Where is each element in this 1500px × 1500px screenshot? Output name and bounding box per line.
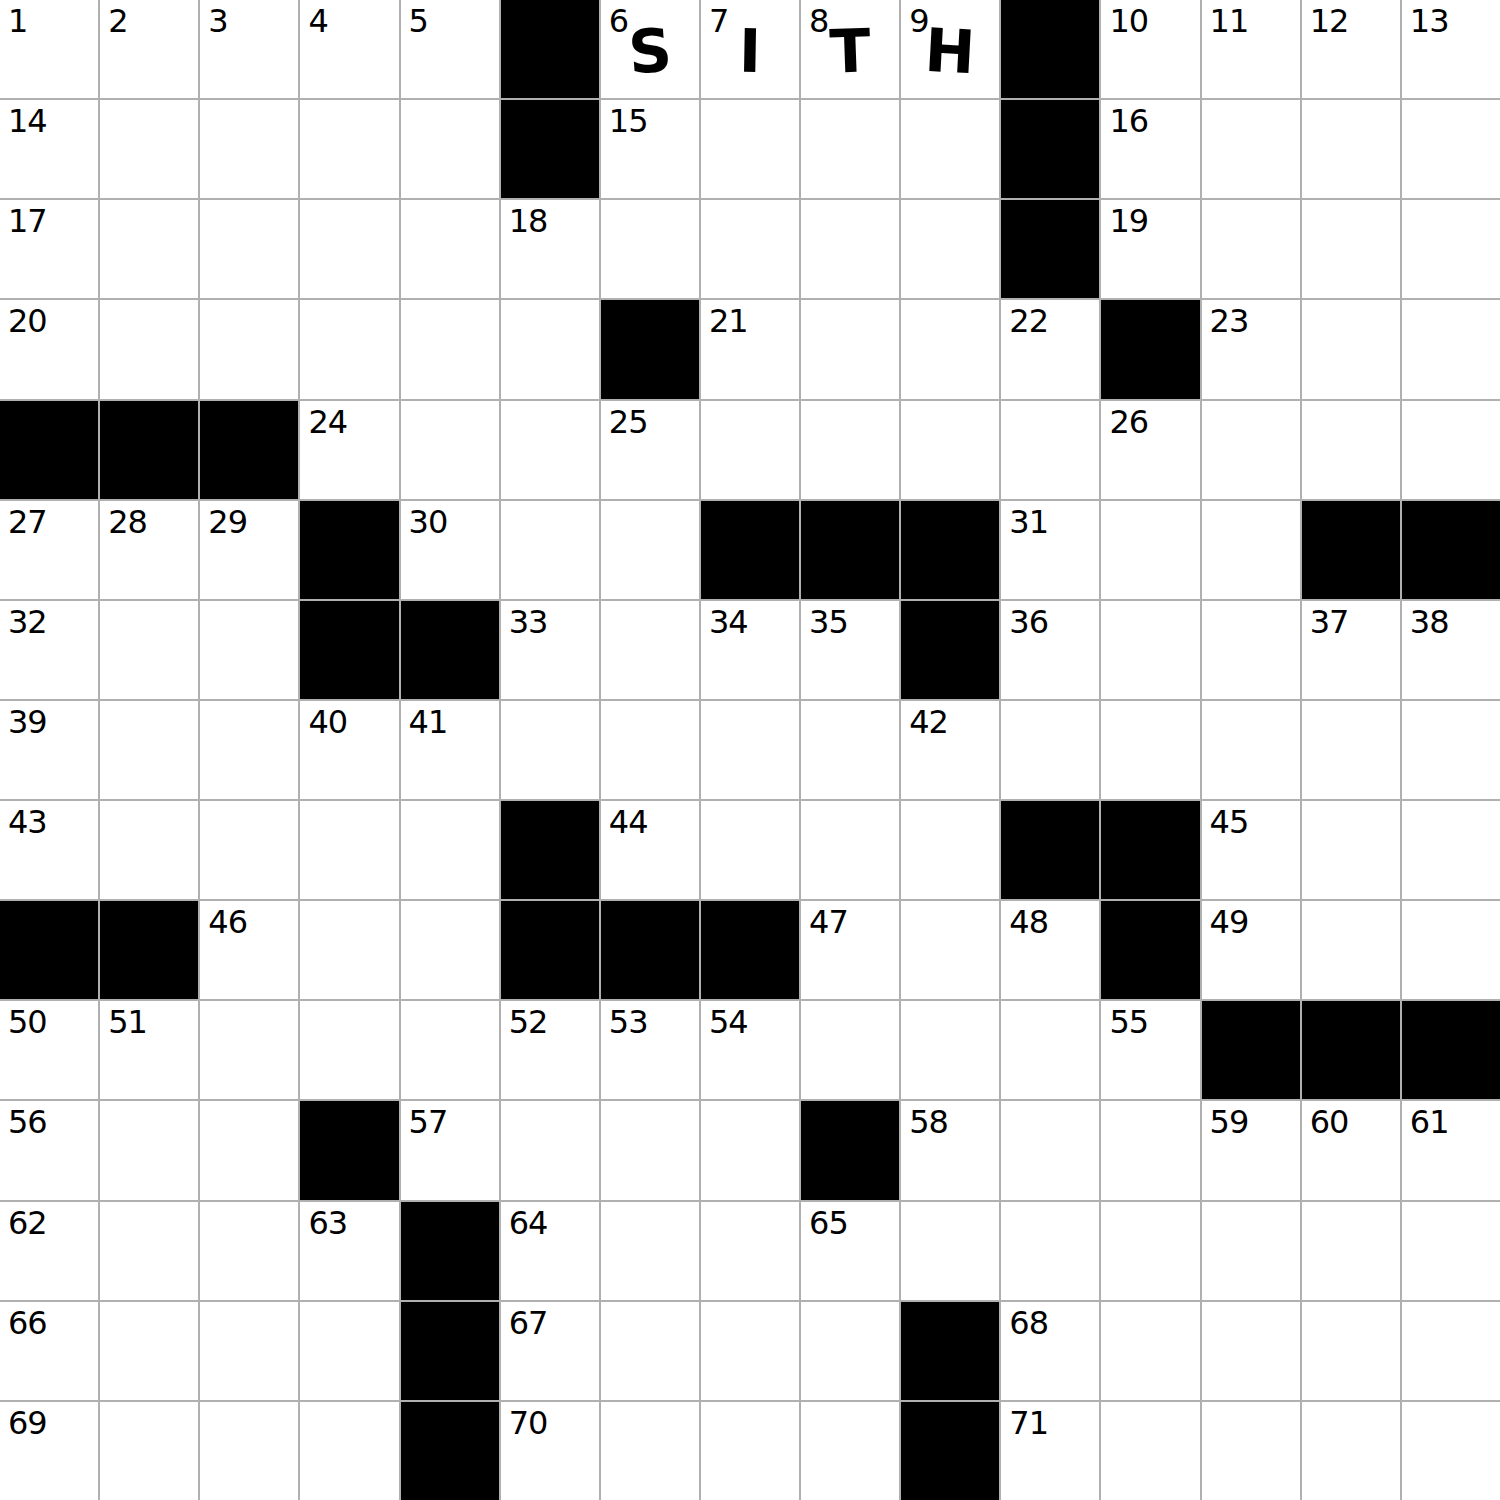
clue-number-13: 13 — [1410, 5, 1449, 37]
cell-r1c9[interactable]: 8T — [801, 0, 899, 98]
clue-number-71: 71 — [1009, 1407, 1048, 1439]
black-cell-r5c1 — [0, 401, 98, 499]
cell-r6c6[interactable] — [501, 501, 599, 599]
cell-r2c9[interactable] — [801, 100, 899, 198]
black-cell-r12c9 — [801, 1101, 899, 1199]
clue-number-51: 51 — [108, 1006, 147, 1038]
clue-number-61: 61 — [1410, 1106, 1449, 1138]
clue-number-16: 16 — [1109, 105, 1148, 137]
cell-r10c13[interactable]: 49 — [1202, 901, 1300, 999]
cell-r10c9[interactable]: 47 — [801, 901, 899, 999]
cell-r9c5[interactable] — [401, 801, 499, 899]
clue-number-57: 57 — [409, 1106, 448, 1138]
cell-r5c12[interactable]: 26 — [1101, 401, 1199, 499]
cell-r13c8[interactable] — [701, 1202, 799, 1300]
black-cell-r10c8 — [701, 901, 799, 999]
black-cell-r6c15 — [1402, 501, 1500, 599]
cell-r8c3[interactable] — [200, 701, 298, 799]
cell-r14c12[interactable] — [1101, 1302, 1199, 1400]
cell-r5c6[interactable] — [501, 401, 599, 499]
cell-r12c1[interactable]: 56 — [0, 1101, 98, 1199]
black-cell-r2c6 — [501, 100, 599, 198]
cell-r12c3[interactable] — [200, 1101, 298, 1199]
cell-r14c1[interactable]: 66 — [0, 1302, 98, 1400]
cell-r1c1[interactable]: 1 — [0, 0, 98, 98]
clue-number-27: 27 — [8, 506, 47, 538]
cell-r13c4[interactable]: 63 — [300, 1202, 398, 1300]
clue-number-28: 28 — [108, 506, 147, 538]
cell-r8c5[interactable]: 41 — [401, 701, 499, 799]
cell-r2c1[interactable]: 14 — [0, 100, 98, 198]
cell-r5c9[interactable] — [801, 401, 899, 499]
cell-r3c7[interactable] — [601, 200, 699, 298]
clue-number-25: 25 — [609, 406, 648, 438]
cell-r9c9[interactable] — [801, 801, 899, 899]
cell-r13c11[interactable] — [1001, 1202, 1099, 1300]
cell-r14c7[interactable] — [601, 1302, 699, 1400]
cell-r9c1[interactable]: 43 — [0, 801, 98, 899]
cell-r5c4[interactable]: 24 — [300, 401, 398, 499]
cell-r14c14[interactable] — [1302, 1302, 1400, 1400]
cell-r13c1[interactable]: 62 — [0, 1202, 98, 1300]
cell-r9c10[interactable] — [901, 801, 999, 899]
clue-number-41: 41 — [409, 706, 448, 738]
cell-r12c7[interactable] — [601, 1101, 699, 1199]
clue-number-48: 48 — [1009, 906, 1048, 938]
clue-number-69: 69 — [8, 1407, 47, 1439]
black-cell-r13c5 — [401, 1202, 499, 1300]
clue-number-38: 38 — [1410, 606, 1449, 638]
cell-r11c11[interactable] — [1001, 1001, 1099, 1099]
cell-r6c7[interactable] — [601, 501, 699, 599]
cell-r10c11[interactable]: 48 — [1001, 901, 1099, 999]
cell-r11c4[interactable] — [300, 1001, 398, 1099]
cell-r2c7[interactable]: 15 — [601, 100, 699, 198]
cell-r15c3[interactable] — [200, 1402, 298, 1500]
clue-number-10: 10 — [1109, 5, 1148, 37]
clue-number-50: 50 — [8, 1006, 47, 1038]
cell-r1c4[interactable]: 4 — [300, 0, 398, 98]
cell-r15c9[interactable] — [801, 1402, 899, 1500]
cell-r12c14[interactable]: 60 — [1302, 1101, 1400, 1199]
cell-r7c7[interactable] — [601, 601, 699, 699]
cell-r8c8[interactable] — [701, 701, 799, 799]
clue-number-56: 56 — [8, 1106, 47, 1138]
cell-r3c9[interactable] — [801, 200, 899, 298]
clue-number-12: 12 — [1310, 5, 1349, 37]
cell-r10c5[interactable] — [401, 901, 499, 999]
cell-r12c2[interactable] — [100, 1101, 198, 1199]
cell-r3c4[interactable] — [300, 200, 398, 298]
cell-r10c10[interactable] — [901, 901, 999, 999]
cell-r4c4[interactable] — [300, 300, 398, 398]
cell-r6c5[interactable]: 30 — [401, 501, 499, 599]
cell-r1c15[interactable]: 13 — [1402, 0, 1500, 98]
clue-number-45: 45 — [1210, 806, 1249, 838]
cell-r11c6[interactable]: 52 — [501, 1001, 599, 1099]
cell-r12c15[interactable]: 61 — [1402, 1101, 1500, 1199]
clue-number-17: 17 — [8, 205, 47, 237]
clue-number-21: 21 — [709, 305, 748, 337]
cell-r13c7[interactable] — [601, 1202, 699, 1300]
cell-r13c6[interactable]: 64 — [501, 1202, 599, 1300]
black-cell-r6c10 — [901, 501, 999, 599]
clue-number-68: 68 — [1009, 1307, 1048, 1339]
entered-letter-T: T — [801, 0, 899, 98]
cell-r7c14[interactable]: 37 — [1302, 601, 1400, 699]
cell-r6c1[interactable]: 27 — [0, 501, 98, 599]
cell-r8c1[interactable]: 39 — [0, 701, 98, 799]
cell-r11c12[interactable]: 55 — [1101, 1001, 1199, 1099]
cell-r15c11[interactable]: 71 — [1001, 1402, 1099, 1500]
clue-number-39: 39 — [8, 706, 47, 738]
black-cell-r10c12 — [1101, 901, 1199, 999]
clue-number-14: 14 — [8, 105, 47, 137]
clue-number-19: 19 — [1109, 205, 1148, 237]
cell-r2c10[interactable] — [901, 100, 999, 198]
clue-number-66: 66 — [8, 1307, 47, 1339]
cell-r2c14[interactable] — [1302, 100, 1400, 198]
cell-r12c11[interactable] — [1001, 1101, 1099, 1199]
black-cell-r6c14 — [1302, 501, 1400, 599]
cell-r5c11[interactable] — [1001, 401, 1099, 499]
cell-r9c14[interactable] — [1302, 801, 1400, 899]
clue-number-2: 2 — [108, 5, 127, 37]
crossword-board: 123456S7I8T9H101112131415161718192021222… — [0, 0, 1500, 1500]
cell-r15c8[interactable] — [701, 1402, 799, 1500]
cell-r12c10[interactable]: 58 — [901, 1101, 999, 1199]
black-cell-r7c5 — [401, 601, 499, 699]
cell-r13c14[interactable] — [1302, 1202, 1400, 1300]
cell-r11c5[interactable] — [401, 1001, 499, 1099]
cell-r1c12[interactable]: 10 — [1101, 0, 1199, 98]
entered-letter-H: H — [901, 0, 999, 98]
cell-r6c13[interactable] — [1202, 501, 1300, 599]
clue-number-47: 47 — [809, 906, 848, 938]
clue-number-30: 30 — [409, 506, 448, 538]
cell-r9c2[interactable] — [100, 801, 198, 899]
clue-number-67: 67 — [509, 1307, 548, 1339]
cell-r3c1[interactable]: 17 — [0, 200, 98, 298]
cell-r7c8[interactable]: 34 — [701, 601, 799, 699]
cell-r3c10[interactable] — [901, 200, 999, 298]
cell-r8c2[interactable] — [100, 701, 198, 799]
cell-r1c14[interactable]: 12 — [1302, 0, 1400, 98]
cell-r15c2[interactable] — [100, 1402, 198, 1500]
black-cell-r2c11 — [1001, 100, 1099, 198]
black-cell-r14c10 — [901, 1302, 999, 1400]
clue-number-5: 5 — [409, 5, 428, 37]
cell-r6c11[interactable]: 31 — [1001, 501, 1099, 599]
cell-r8c6[interactable] — [501, 701, 599, 799]
cell-r1c10[interactable]: 9H — [901, 0, 999, 98]
cell-r11c1[interactable]: 50 — [0, 1001, 98, 1099]
black-cell-r7c10 — [901, 601, 999, 699]
cell-r2c13[interactable] — [1202, 100, 1300, 198]
clue-number-3: 3 — [208, 5, 227, 37]
cell-r12c5[interactable]: 57 — [401, 1101, 499, 1199]
clue-number-43: 43 — [8, 806, 47, 838]
cell-r5c13[interactable] — [1202, 401, 1300, 499]
clue-number-46: 46 — [208, 906, 247, 938]
cell-r7c13[interactable] — [1202, 601, 1300, 699]
black-cell-r4c7 — [601, 300, 699, 398]
cell-r1c3[interactable]: 3 — [200, 0, 298, 98]
cell-r9c4[interactable] — [300, 801, 398, 899]
black-cell-r4c12 — [1101, 300, 1199, 398]
cell-r12c13[interactable]: 59 — [1202, 1101, 1300, 1199]
cell-r9c13[interactable]: 45 — [1202, 801, 1300, 899]
cell-r15c4[interactable] — [300, 1402, 398, 1500]
clue-number-49: 49 — [1210, 906, 1249, 938]
cell-r7c2[interactable] — [100, 601, 198, 699]
cell-r11c3[interactable] — [200, 1001, 298, 1099]
cell-r3c2[interactable] — [100, 200, 198, 298]
clue-number-55: 55 — [1109, 1006, 1148, 1038]
clue-number-62: 62 — [8, 1207, 47, 1239]
cell-r4c3[interactable] — [200, 300, 298, 398]
cell-r9c8[interactable] — [701, 801, 799, 899]
entered-letter-I: I — [701, 0, 799, 98]
cell-r5c7[interactable]: 25 — [601, 401, 699, 499]
cell-r3c8[interactable] — [701, 200, 799, 298]
black-cell-r14c5 — [401, 1302, 499, 1400]
cell-r13c10[interactable] — [901, 1202, 999, 1300]
black-cell-r10c2 — [100, 901, 198, 999]
clue-number-40: 40 — [308, 706, 347, 738]
black-cell-r15c10 — [901, 1402, 999, 1500]
cell-r14c13[interactable] — [1202, 1302, 1300, 1400]
cell-r1c13[interactable]: 11 — [1202, 0, 1300, 98]
clue-number-23: 23 — [1210, 305, 1249, 337]
cell-r4c13[interactable]: 23 — [1202, 300, 1300, 398]
cell-r11c10[interactable] — [901, 1001, 999, 1099]
clue-number-35: 35 — [809, 606, 848, 638]
cell-r5c15[interactable] — [1402, 401, 1500, 499]
cell-r5c10[interactable] — [901, 401, 999, 499]
clue-number-60: 60 — [1310, 1106, 1349, 1138]
clue-number-58: 58 — [909, 1106, 948, 1138]
cell-r15c6[interactable]: 70 — [501, 1402, 599, 1500]
black-cell-r3c11 — [1001, 200, 1099, 298]
cell-r7c11[interactable]: 36 — [1001, 601, 1099, 699]
cell-r13c15[interactable] — [1402, 1202, 1500, 1300]
black-cell-r12c4 — [300, 1101, 398, 1199]
cell-r5c14[interactable] — [1302, 401, 1400, 499]
clue-number-29: 29 — [208, 506, 247, 538]
cell-r7c3[interactable] — [200, 601, 298, 699]
cell-r8c13[interactable] — [1202, 701, 1300, 799]
cell-r8c9[interactable] — [801, 701, 899, 799]
clue-number-37: 37 — [1310, 606, 1349, 638]
cell-r15c12[interactable] — [1101, 1402, 1199, 1500]
cell-r3c6[interactable]: 18 — [501, 200, 599, 298]
cell-r13c9[interactable]: 65 — [801, 1202, 899, 1300]
cell-r10c4[interactable] — [300, 901, 398, 999]
cell-r13c2[interactable] — [100, 1202, 198, 1300]
black-cell-r11c14 — [1302, 1001, 1400, 1099]
cell-r15c15[interactable] — [1402, 1402, 1500, 1500]
clue-number-70: 70 — [509, 1407, 548, 1439]
cell-r3c5[interactable] — [401, 200, 499, 298]
cell-r7c6[interactable]: 33 — [501, 601, 599, 699]
cell-r7c1[interactable]: 32 — [0, 601, 98, 699]
clue-number-22: 22 — [1009, 305, 1048, 337]
cell-r11c7[interactable]: 53 — [601, 1001, 699, 1099]
clue-number-59: 59 — [1210, 1106, 1249, 1138]
cell-r15c1[interactable]: 69 — [0, 1402, 98, 1500]
cell-r6c2[interactable]: 28 — [100, 501, 198, 599]
cell-r4c5[interactable] — [401, 300, 499, 398]
black-cell-r10c7 — [601, 901, 699, 999]
clue-number-42: 42 — [909, 706, 948, 738]
cell-r3c12[interactable]: 19 — [1101, 200, 1199, 298]
black-cell-r1c6 — [501, 0, 599, 98]
cell-r2c3[interactable] — [200, 100, 298, 198]
black-cell-r5c2 — [100, 401, 198, 499]
black-cell-r10c6 — [501, 901, 599, 999]
cell-r15c7[interactable] — [601, 1402, 699, 1500]
cell-r7c9[interactable]: 35 — [801, 601, 899, 699]
cell-r8c14[interactable] — [1302, 701, 1400, 799]
clue-number-24: 24 — [308, 406, 347, 438]
cell-r7c15[interactable]: 38 — [1402, 601, 1500, 699]
clue-number-31: 31 — [1009, 506, 1048, 538]
cell-r11c2[interactable]: 51 — [100, 1001, 198, 1099]
cell-r4c9[interactable] — [801, 300, 899, 398]
clue-number-18: 18 — [509, 205, 548, 237]
cell-r5c8[interactable] — [701, 401, 799, 499]
clue-number-36: 36 — [1009, 606, 1048, 638]
cell-r8c11[interactable] — [1001, 701, 1099, 799]
cell-r14c11[interactable]: 68 — [1001, 1302, 1099, 1400]
cell-r15c13[interactable] — [1202, 1402, 1300, 1500]
clue-number-63: 63 — [308, 1207, 347, 1239]
clue-number-64: 64 — [509, 1207, 548, 1239]
cell-r10c14[interactable] — [1302, 901, 1400, 999]
cell-r2c2[interactable] — [100, 100, 198, 198]
cell-r4c11[interactable]: 22 — [1001, 300, 1099, 398]
clue-number-26: 26 — [1109, 406, 1148, 438]
cell-r4c8[interactable]: 21 — [701, 300, 799, 398]
cell-r8c4[interactable]: 40 — [300, 701, 398, 799]
black-cell-r1c11 — [1001, 0, 1099, 98]
cell-r12c12[interactable] — [1101, 1101, 1199, 1199]
cell-r4c6[interactable] — [501, 300, 599, 398]
cell-r14c8[interactable] — [701, 1302, 799, 1400]
cell-r8c7[interactable] — [601, 701, 699, 799]
cell-r6c12[interactable] — [1101, 501, 1199, 599]
clue-number-65: 65 — [809, 1207, 848, 1239]
cell-r4c15[interactable] — [1402, 300, 1500, 398]
clue-number-53: 53 — [609, 1006, 648, 1038]
cell-r2c5[interactable] — [401, 100, 499, 198]
cell-r10c15[interactable] — [1402, 901, 1500, 999]
clue-number-52: 52 — [509, 1006, 548, 1038]
cell-r2c12[interactable]: 16 — [1101, 100, 1199, 198]
cell-r8c10[interactable]: 42 — [901, 701, 999, 799]
clue-number-32: 32 — [8, 606, 47, 638]
black-cell-r6c4 — [300, 501, 398, 599]
cell-r14c15[interactable] — [1402, 1302, 1500, 1400]
cell-r14c3[interactable] — [200, 1302, 298, 1400]
cell-r9c3[interactable] — [200, 801, 298, 899]
cell-r4c1[interactable]: 20 — [0, 300, 98, 398]
cell-r2c4[interactable] — [300, 100, 398, 198]
cell-r10c3[interactable]: 46 — [200, 901, 298, 999]
cell-r9c15[interactable] — [1402, 801, 1500, 899]
cell-r11c9[interactable] — [801, 1001, 899, 1099]
cell-r8c15[interactable] — [1402, 701, 1500, 799]
cell-r3c3[interactable] — [200, 200, 298, 298]
cell-r3c14[interactable] — [1302, 200, 1400, 298]
cell-r14c6[interactable]: 67 — [501, 1302, 599, 1400]
cell-r12c6[interactable] — [501, 1101, 599, 1199]
cell-r6c3[interactable]: 29 — [200, 501, 298, 599]
black-cell-r10c1 — [0, 901, 98, 999]
cell-r7c12[interactable] — [1101, 601, 1199, 699]
black-cell-r7c4 — [300, 601, 398, 699]
cell-r5c5[interactable] — [401, 401, 499, 499]
cell-r3c13[interactable] — [1202, 200, 1300, 298]
black-cell-r5c3 — [200, 401, 298, 499]
clue-number-44: 44 — [609, 806, 648, 838]
clue-number-20: 20 — [8, 305, 47, 337]
cell-r15c14[interactable] — [1302, 1402, 1400, 1500]
cell-r13c12[interactable] — [1101, 1202, 1199, 1300]
entered-letter-S: S — [601, 0, 699, 98]
clue-number-4: 4 — [308, 5, 327, 37]
clue-number-33: 33 — [509, 606, 548, 638]
cell-r11c8[interactable]: 54 — [701, 1001, 799, 1099]
cell-r1c5[interactable]: 5 — [401, 0, 499, 98]
cell-r13c3[interactable] — [200, 1202, 298, 1300]
cell-r4c10[interactable] — [901, 300, 999, 398]
cell-r2c8[interactable] — [701, 100, 799, 198]
black-cell-r11c13 — [1202, 1001, 1300, 1099]
cell-r8c12[interactable] — [1101, 701, 1199, 799]
black-cell-r9c6 — [501, 801, 599, 899]
cell-r9c7[interactable]: 44 — [601, 801, 699, 899]
cell-r2c15[interactable] — [1402, 100, 1500, 198]
cell-r3c15[interactable] — [1402, 200, 1500, 298]
black-cell-r11c15 — [1402, 1001, 1500, 1099]
cell-r4c2[interactable] — [100, 300, 198, 398]
cell-r13c13[interactable] — [1202, 1202, 1300, 1300]
cell-r4c14[interactable] — [1302, 300, 1400, 398]
clue-number-54: 54 — [709, 1006, 748, 1038]
cell-r12c8[interactable] — [701, 1101, 799, 1199]
black-cell-r6c8 — [701, 501, 799, 599]
clue-number-1: 1 — [8, 5, 27, 37]
black-cell-r9c11 — [1001, 801, 1099, 899]
cell-r14c4[interactable] — [300, 1302, 398, 1400]
cell-r1c7[interactable]: 6S — [601, 0, 699, 98]
black-cell-r15c5 — [401, 1402, 499, 1500]
cell-r1c8[interactable]: 7I — [701, 0, 799, 98]
clue-number-15: 15 — [609, 105, 648, 137]
cell-r14c2[interactable] — [100, 1302, 198, 1400]
cell-r14c9[interactable] — [801, 1302, 899, 1400]
clue-number-34: 34 — [709, 606, 748, 638]
black-cell-r9c12 — [1101, 801, 1199, 899]
clue-number-11: 11 — [1210, 5, 1249, 37]
cell-r1c2[interactable]: 2 — [100, 0, 198, 98]
black-cell-r6c9 — [801, 501, 899, 599]
